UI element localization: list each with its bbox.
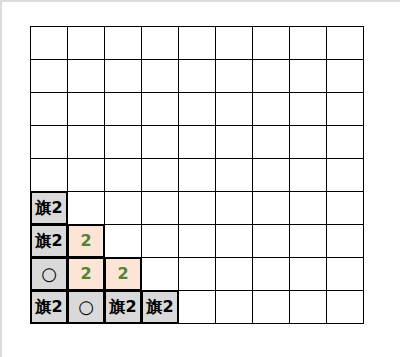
circle-glyph: ○: [41, 265, 57, 283]
cell-8-0-flag[interactable]: 旗2: [30, 290, 68, 324]
cell-8-5[interactable]: [215, 290, 253, 324]
cell-2-0[interactable]: [30, 92, 68, 126]
minesweeper-page: 旗2旗22○22旗2○旗2旗2: [0, 0, 400, 357]
cell-6-4[interactable]: [178, 224, 216, 258]
cell-6-5[interactable]: [215, 224, 253, 258]
cell-4-8[interactable]: [326, 158, 364, 192]
cell-5-1[interactable]: [67, 191, 105, 225]
cell-1-6[interactable]: [252, 59, 290, 93]
cell-2-6[interactable]: [252, 92, 290, 126]
cell-5-6[interactable]: [252, 191, 290, 225]
cell-2-3[interactable]: [141, 92, 179, 126]
cell-7-0-circle[interactable]: ○: [30, 257, 68, 291]
cell-3-7[interactable]: [289, 125, 327, 159]
cell-3-2[interactable]: [104, 125, 142, 159]
cell-6-3[interactable]: [141, 224, 179, 258]
cell-3-3[interactable]: [141, 125, 179, 159]
number-glyph: 2: [80, 233, 91, 249]
flag-glyph: 旗2: [35, 233, 62, 249]
minesweeper-board: 旗2旗22○22旗2○旗2旗2: [31, 27, 364, 324]
cell-5-8[interactable]: [326, 191, 364, 225]
cell-5-0-flag[interactable]: 旗2: [30, 191, 68, 225]
cell-2-7[interactable]: [289, 92, 327, 126]
cell-7-8[interactable]: [326, 257, 364, 291]
cell-0-3[interactable]: [141, 26, 179, 60]
cell-2-2[interactable]: [104, 92, 142, 126]
cell-8-1-circle[interactable]: ○: [67, 290, 105, 324]
number-glyph: 2: [117, 266, 128, 282]
cell-8-3-flag[interactable]: 旗2: [141, 290, 179, 324]
cell-2-5[interactable]: [215, 92, 253, 126]
cell-0-1[interactable]: [67, 26, 105, 60]
cell-2-4[interactable]: [178, 92, 216, 126]
cell-4-3[interactable]: [141, 158, 179, 192]
cell-1-1[interactable]: [67, 59, 105, 93]
cell-0-5[interactable]: [215, 26, 253, 60]
cell-8-8[interactable]: [326, 290, 364, 324]
cell-8-6[interactable]: [252, 290, 290, 324]
flag-glyph: 旗2: [35, 299, 62, 315]
cell-4-6[interactable]: [252, 158, 290, 192]
cell-1-2[interactable]: [104, 59, 142, 93]
cell-4-1[interactable]: [67, 158, 105, 192]
cell-4-5[interactable]: [215, 158, 253, 192]
cell-7-7[interactable]: [289, 257, 327, 291]
cell-5-7[interactable]: [289, 191, 327, 225]
cell-1-5[interactable]: [215, 59, 253, 93]
cell-3-8[interactable]: [326, 125, 364, 159]
cell-0-8[interactable]: [326, 26, 364, 60]
cell-3-6[interactable]: [252, 125, 290, 159]
cell-3-0[interactable]: [30, 125, 68, 159]
cell-1-7[interactable]: [289, 59, 327, 93]
cell-8-4[interactable]: [178, 290, 216, 324]
cell-0-0[interactable]: [30, 26, 68, 60]
cell-1-4[interactable]: [178, 59, 216, 93]
cell-6-7[interactable]: [289, 224, 327, 258]
cell-8-2-flag[interactable]: 旗2: [104, 290, 142, 324]
cell-7-3[interactable]: [141, 257, 179, 291]
cell-6-1-number[interactable]: 2: [67, 224, 105, 258]
number-glyph: 2: [80, 266, 91, 282]
cell-5-4[interactable]: [178, 191, 216, 225]
cell-7-4[interactable]: [178, 257, 216, 291]
cell-0-4[interactable]: [178, 26, 216, 60]
cell-1-0[interactable]: [30, 59, 68, 93]
cell-7-1-number[interactable]: 2: [67, 257, 105, 291]
cell-7-6[interactable]: [252, 257, 290, 291]
cell-4-2[interactable]: [104, 158, 142, 192]
cell-0-6[interactable]: [252, 26, 290, 60]
cell-5-3[interactable]: [141, 191, 179, 225]
flag-glyph: 旗2: [109, 299, 136, 315]
cell-2-8[interactable]: [326, 92, 364, 126]
cell-6-8[interactable]: [326, 224, 364, 258]
cell-8-7[interactable]: [289, 290, 327, 324]
cell-5-5[interactable]: [215, 191, 253, 225]
cell-1-8[interactable]: [326, 59, 364, 93]
flag-glyph: 旗2: [35, 200, 62, 216]
circle-glyph: ○: [78, 298, 94, 316]
cell-7-2-number[interactable]: 2: [104, 257, 142, 291]
cell-2-1[interactable]: [67, 92, 105, 126]
cell-6-6[interactable]: [252, 224, 290, 258]
cell-6-2[interactable]: [104, 224, 142, 258]
cell-1-3[interactable]: [141, 59, 179, 93]
cell-3-1[interactable]: [67, 125, 105, 159]
cell-4-0[interactable]: [30, 158, 68, 192]
cell-0-2[interactable]: [104, 26, 142, 60]
cell-3-5[interactable]: [215, 125, 253, 159]
flag-glyph: 旗2: [146, 299, 173, 315]
cell-4-7[interactable]: [289, 158, 327, 192]
cell-4-4[interactable]: [178, 158, 216, 192]
cell-3-4[interactable]: [178, 125, 216, 159]
cell-6-0-flag[interactable]: 旗2: [30, 224, 68, 258]
cell-5-2[interactable]: [104, 191, 142, 225]
cell-0-7[interactable]: [289, 26, 327, 60]
cell-7-5[interactable]: [215, 257, 253, 291]
